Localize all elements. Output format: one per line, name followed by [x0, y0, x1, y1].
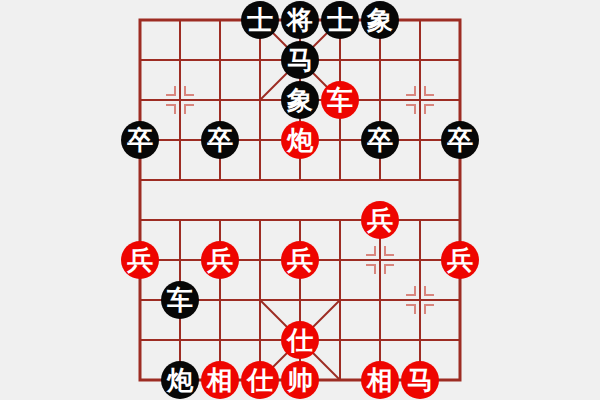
point-i10[interactable]: [440, 0, 480, 40]
point-g5[interactable]: 兵: [360, 200, 400, 240]
piece-red-general[interactable]: 帅: [281, 361, 319, 399]
point-e9[interactable]: 马: [280, 40, 320, 80]
point-f4[interactable]: [320, 240, 360, 280]
point-c2[interactable]: [200, 320, 240, 360]
piece-black-horse[interactable]: 马: [281, 41, 319, 79]
point-b3[interactable]: 车: [160, 280, 200, 320]
piece-red-pawn[interactable]: 兵: [121, 241, 159, 279]
point-d1[interactable]: 仕: [240, 360, 280, 400]
point-f10[interactable]: 士: [320, 0, 360, 40]
point-e1[interactable]: 帅: [280, 360, 320, 400]
point-i5[interactable]: [440, 200, 480, 240]
point-e10[interactable]: 将: [280, 0, 320, 40]
piece-red-elephant[interactable]: 相: [201, 361, 239, 399]
point-e5[interactable]: [280, 200, 320, 240]
point-g10[interactable]: 象: [360, 0, 400, 40]
piece-black-general[interactable]: 将: [281, 1, 319, 39]
piece-black-pawn[interactable]: 卒: [201, 121, 239, 159]
point-h7[interactable]: [400, 120, 440, 160]
point-a4[interactable]: 兵: [120, 240, 160, 280]
piece-red-pawn[interactable]: 兵: [441, 241, 479, 279]
piece-red-advisor[interactable]: 仕: [281, 321, 319, 359]
point-g4[interactable]: [360, 240, 400, 280]
point-b2[interactable]: [160, 320, 200, 360]
point-c6[interactable]: [200, 160, 240, 200]
piece-black-pawn[interactable]: 卒: [441, 121, 479, 159]
point-i9[interactable]: [440, 40, 480, 80]
piece-black-pawn[interactable]: 卒: [361, 121, 399, 159]
piece-black-elephant[interactable]: 象: [361, 1, 399, 39]
point-i1[interactable]: [440, 360, 480, 400]
point-e7[interactable]: 炮: [280, 120, 320, 160]
point-f1[interactable]: [320, 360, 360, 400]
point-d10[interactable]: 士: [240, 0, 280, 40]
point-d9[interactable]: [240, 40, 280, 80]
piece-red-cannon[interactable]: 炮: [281, 121, 319, 159]
point-g8[interactable]: [360, 80, 400, 120]
point-i8[interactable]: [440, 80, 480, 120]
point-e4[interactable]: 兵: [280, 240, 320, 280]
xiangqi-board-screenshot: 士将士象马象车卒卒炮卒卒兵兵兵兵兵车仕炮相仕帅相马: [0, 0, 600, 400]
point-h3[interactable]: [400, 280, 440, 320]
piece-black-pawn[interactable]: 卒: [121, 121, 159, 159]
point-b6[interactable]: [160, 160, 200, 200]
point-b7[interactable]: [160, 120, 200, 160]
point-h9[interactable]: [400, 40, 440, 80]
point-c10[interactable]: [200, 0, 240, 40]
point-a2[interactable]: [120, 320, 160, 360]
point-b10[interactable]: [160, 0, 200, 40]
point-c1[interactable]: 相: [200, 360, 240, 400]
piece-red-pawn[interactable]: 兵: [201, 241, 239, 279]
point-d6[interactable]: [240, 160, 280, 200]
point-i6[interactable]: [440, 160, 480, 200]
point-e2[interactable]: 仕: [280, 320, 320, 360]
point-h10[interactable]: [400, 0, 440, 40]
point-a8[interactable]: [120, 80, 160, 120]
point-g2[interactable]: [360, 320, 400, 360]
point-g7[interactable]: 卒: [360, 120, 400, 160]
point-i4[interactable]: 兵: [440, 240, 480, 280]
point-h2[interactable]: [400, 320, 440, 360]
point-c3[interactable]: [200, 280, 240, 320]
point-c4[interactable]: 兵: [200, 240, 240, 280]
point-b4[interactable]: [160, 240, 200, 280]
point-f7[interactable]: [320, 120, 360, 160]
point-f5[interactable]: [320, 200, 360, 240]
point-h6[interactable]: [400, 160, 440, 200]
piece-red-pawn[interactable]: 兵: [361, 201, 399, 239]
point-b9[interactable]: [160, 40, 200, 80]
piece-black-elephant[interactable]: 象: [281, 81, 319, 119]
point-f3[interactable]: [320, 280, 360, 320]
piece-red-advisor[interactable]: 仕: [241, 361, 279, 399]
point-c7[interactable]: 卒: [200, 120, 240, 160]
point-e6[interactable]: [280, 160, 320, 200]
point-b5[interactable]: [160, 200, 200, 240]
point-d2[interactable]: [240, 320, 280, 360]
point-a6[interactable]: [120, 160, 160, 200]
point-c9[interactable]: [200, 40, 240, 80]
piece-black-rook[interactable]: 车: [161, 281, 199, 319]
point-b1[interactable]: 炮: [160, 360, 200, 400]
point-i7[interactable]: 卒: [440, 120, 480, 160]
point-a5[interactable]: [120, 200, 160, 240]
point-a3[interactable]: [120, 280, 160, 320]
point-d8[interactable]: [240, 80, 280, 120]
piece-black-advisor[interactable]: 士: [241, 1, 279, 39]
piece-red-pawn[interactable]: 兵: [281, 241, 319, 279]
point-f2[interactable]: [320, 320, 360, 360]
point-h8[interactable]: [400, 80, 440, 120]
piece-red-elephant[interactable]: 相: [361, 361, 399, 399]
point-i2[interactable]: [440, 320, 480, 360]
board-points-grid: 士将士象马象车卒卒炮卒卒兵兵兵兵兵车仕炮相仕帅相马: [120, 0, 480, 400]
piece-red-rook[interactable]: 车: [321, 81, 359, 119]
piece-black-advisor[interactable]: 士: [321, 1, 359, 39]
point-e8[interactable]: 象: [280, 80, 320, 120]
point-g9[interactable]: [360, 40, 400, 80]
point-h4[interactable]: [400, 240, 440, 280]
point-e3[interactable]: [280, 280, 320, 320]
point-f6[interactable]: [320, 160, 360, 200]
point-g3[interactable]: [360, 280, 400, 320]
point-d7[interactable]: [240, 120, 280, 160]
point-g1[interactable]: 相: [360, 360, 400, 400]
point-i3[interactable]: [440, 280, 480, 320]
point-h5[interactable]: [400, 200, 440, 240]
point-d4[interactable]: [240, 240, 280, 280]
point-c5[interactable]: [200, 200, 240, 240]
point-b8[interactable]: [160, 80, 200, 120]
piece-red-horse[interactable]: 马: [401, 361, 439, 399]
point-g6[interactable]: [360, 160, 400, 200]
piece-black-cannon[interactable]: 炮: [161, 361, 199, 399]
point-f9[interactable]: [320, 40, 360, 80]
point-a7[interactable]: 卒: [120, 120, 160, 160]
point-h1[interactable]: 马: [400, 360, 440, 400]
point-d5[interactable]: [240, 200, 280, 240]
point-f8[interactable]: 车: [320, 80, 360, 120]
point-d3[interactable]: [240, 280, 280, 320]
point-a10[interactable]: [120, 0, 160, 40]
point-a9[interactable]: [120, 40, 160, 80]
point-a1[interactable]: [120, 360, 160, 400]
point-c8[interactable]: [200, 80, 240, 120]
